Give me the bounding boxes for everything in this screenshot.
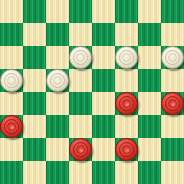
square-r5c1 <box>23 115 46 138</box>
square-r6c0 <box>0 138 23 161</box>
square-r7c2[interactable] <box>46 161 69 184</box>
square-r0c3[interactable] <box>69 0 92 23</box>
square-r6c6 <box>138 138 161 161</box>
square-r1c3 <box>69 23 92 46</box>
checkers-app <box>0 0 184 184</box>
square-r5c2[interactable] <box>46 115 69 138</box>
square-r6c5[interactable] <box>115 138 138 161</box>
square-r3c7 <box>161 69 184 92</box>
square-r2c3[interactable] <box>69 46 92 69</box>
square-r3c0[interactable] <box>0 69 23 92</box>
square-r3c6[interactable] <box>138 69 161 92</box>
square-r7c4[interactable] <box>92 161 115 184</box>
square-r2c1[interactable] <box>23 46 46 69</box>
square-r2c4 <box>92 46 115 69</box>
square-r3c4[interactable] <box>92 69 115 92</box>
square-r7c0[interactable] <box>0 161 23 184</box>
square-r3c3 <box>69 69 92 92</box>
square-r2c7[interactable] <box>161 46 184 69</box>
square-r1c7 <box>161 23 184 46</box>
red-man[interactable] <box>115 92 138 115</box>
red-man[interactable] <box>161 92 184 115</box>
white-man[interactable] <box>161 46 184 69</box>
square-r1c0[interactable] <box>0 23 23 46</box>
red-man[interactable] <box>0 115 23 138</box>
square-r1c6[interactable] <box>138 23 161 46</box>
square-r0c2 <box>46 0 69 23</box>
square-r4c0 <box>0 92 23 115</box>
square-r2c0 <box>0 46 23 69</box>
square-r7c3 <box>69 161 92 184</box>
square-r4c4 <box>92 92 115 115</box>
square-r0c6 <box>138 0 161 23</box>
square-r4c1[interactable] <box>23 92 46 115</box>
square-r1c4[interactable] <box>92 23 115 46</box>
square-r5c6[interactable] <box>138 115 161 138</box>
square-r7c7 <box>161 161 184 184</box>
square-r6c7[interactable] <box>161 138 184 161</box>
square-r7c5 <box>115 161 138 184</box>
square-r4c6 <box>138 92 161 115</box>
square-r7c1 <box>23 161 46 184</box>
white-man[interactable] <box>0 69 23 92</box>
square-r5c5 <box>115 115 138 138</box>
square-r6c3[interactable] <box>69 138 92 161</box>
square-r3c1 <box>23 69 46 92</box>
square-r3c5 <box>115 69 138 92</box>
square-r5c4[interactable] <box>92 115 115 138</box>
square-r1c5 <box>115 23 138 46</box>
square-r6c1[interactable] <box>23 138 46 161</box>
square-r2c6 <box>138 46 161 69</box>
square-r0c4 <box>92 0 115 23</box>
square-r6c4 <box>92 138 115 161</box>
white-man[interactable] <box>46 69 69 92</box>
white-man[interactable] <box>69 46 92 69</box>
square-r0c5[interactable] <box>115 0 138 23</box>
white-man[interactable] <box>115 46 138 69</box>
square-r0c1[interactable] <box>23 0 46 23</box>
square-r2c2 <box>46 46 69 69</box>
square-r5c7 <box>161 115 184 138</box>
square-r1c2[interactable] <box>46 23 69 46</box>
checkers-board <box>0 0 184 184</box>
square-r4c7[interactable] <box>161 92 184 115</box>
square-r4c2 <box>46 92 69 115</box>
square-r1c1 <box>23 23 46 46</box>
square-r0c7[interactable] <box>161 0 184 23</box>
square-r6c2 <box>46 138 69 161</box>
red-man[interactable] <box>115 138 138 161</box>
square-r4c3[interactable] <box>69 92 92 115</box>
square-r3c2[interactable] <box>46 69 69 92</box>
square-r2c5[interactable] <box>115 46 138 69</box>
square-r5c0[interactable] <box>0 115 23 138</box>
square-r0c0 <box>0 0 23 23</box>
square-r5c3 <box>69 115 92 138</box>
square-r7c6[interactable] <box>138 161 161 184</box>
red-man[interactable] <box>69 138 92 161</box>
square-r4c5[interactable] <box>115 92 138 115</box>
